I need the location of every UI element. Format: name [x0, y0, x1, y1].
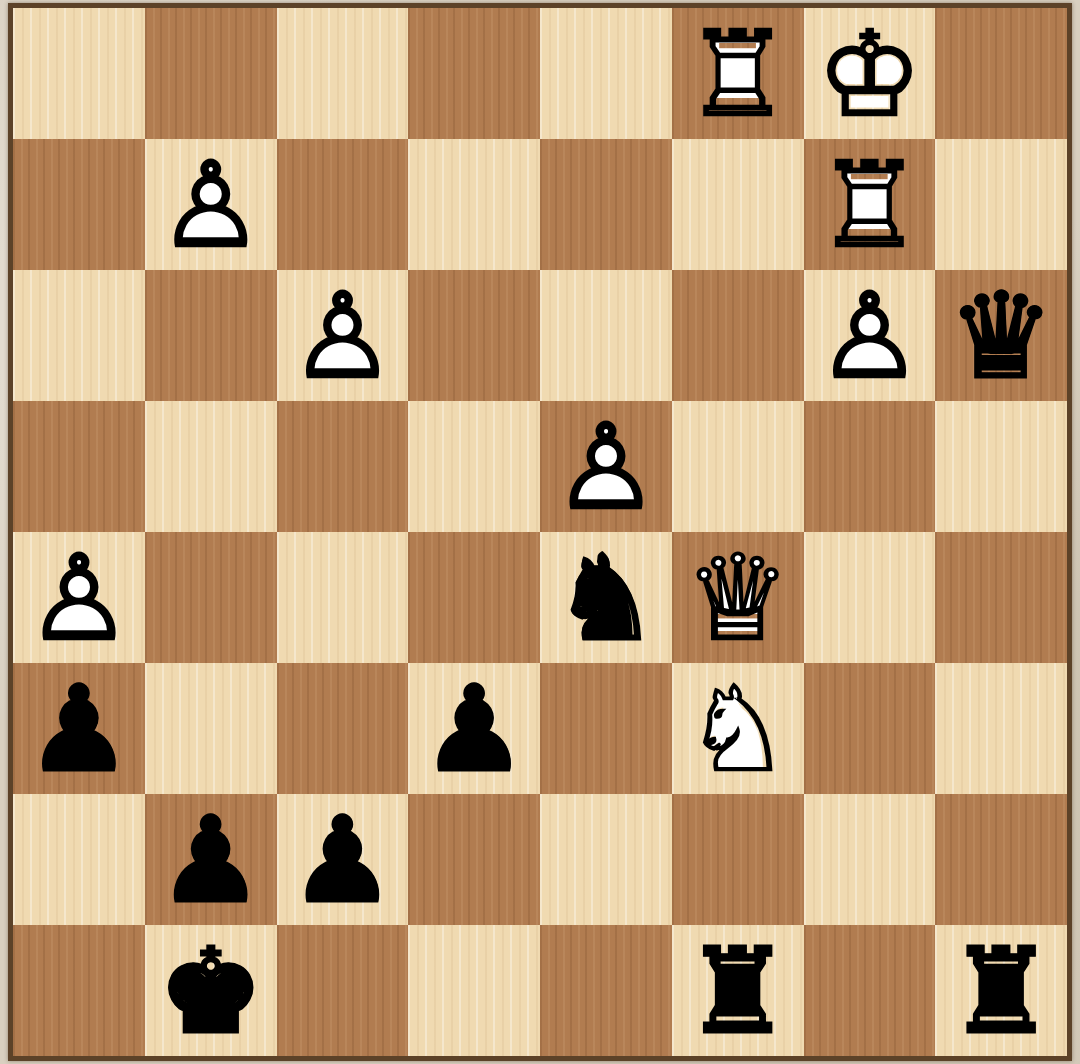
- square-h4[interactable]: [935, 532, 1067, 663]
- square-f6[interactable]: [672, 270, 804, 401]
- square-h2[interactable]: [935, 794, 1067, 925]
- square-g6[interactable]: ♟♙: [804, 270, 936, 401]
- square-a1[interactable]: [13, 925, 145, 1056]
- white-king-outline: ♔: [804, 8, 936, 139]
- white-pawn-outline: ♙: [804, 270, 936, 401]
- square-c7[interactable]: [277, 139, 409, 270]
- piece-white-pawn[interactable]: ♟♙: [145, 139, 277, 270]
- square-f2[interactable]: [672, 794, 804, 925]
- piece-black-knight[interactable]: ♞♘: [540, 532, 672, 663]
- square-d6[interactable]: [408, 270, 540, 401]
- square-e1[interactable]: [540, 925, 672, 1056]
- piece-white-rook[interactable]: ♜♖: [672, 8, 804, 139]
- piece-white-pawn[interactable]: ♟♙: [804, 270, 936, 401]
- square-g8[interactable]: ♚♔: [804, 8, 936, 139]
- square-b3[interactable]: [145, 663, 277, 794]
- square-a5[interactable]: [13, 401, 145, 532]
- square-c3[interactable]: [277, 663, 409, 794]
- piece-white-queen[interactable]: ♛♕: [672, 532, 804, 663]
- square-a2[interactable]: [13, 794, 145, 925]
- white-rook-outline: ♖: [672, 8, 804, 139]
- square-g5[interactable]: [804, 401, 936, 532]
- square-a7[interactable]: [13, 139, 145, 270]
- piece-black-king[interactable]: ♚♔: [145, 925, 277, 1056]
- chess-board-frame: ♜♖♚♔♟♙♜♖♟♙♟♙♛♕♟♙♟♙♞♘♛♕♟♙♟♙♞♘♟♙♟♙♚♔♜♖♜♖: [8, 3, 1072, 1061]
- black-pawn-outline: ♙: [145, 794, 277, 925]
- square-a6[interactable]: [13, 270, 145, 401]
- square-b7[interactable]: ♟♙: [145, 139, 277, 270]
- white-pawn-outline: ♙: [13, 532, 145, 663]
- square-d7[interactable]: [408, 139, 540, 270]
- piece-white-king[interactable]: ♚♔: [804, 8, 936, 139]
- square-c8[interactable]: [277, 8, 409, 139]
- square-h7[interactable]: [935, 139, 1067, 270]
- square-d1[interactable]: [408, 925, 540, 1056]
- piece-white-pawn[interactable]: ♟♙: [540, 401, 672, 532]
- white-pawn-outline: ♙: [145, 139, 277, 270]
- square-c5[interactable]: [277, 401, 409, 532]
- square-h3[interactable]: [935, 663, 1067, 794]
- square-c2[interactable]: ♟♙: [277, 794, 409, 925]
- square-g4[interactable]: [804, 532, 936, 663]
- square-e3[interactable]: [540, 663, 672, 794]
- square-f3[interactable]: ♞♘: [672, 663, 804, 794]
- square-b1[interactable]: ♚♔: [145, 925, 277, 1056]
- piece-white-pawn[interactable]: ♟♙: [277, 270, 409, 401]
- square-b5[interactable]: [145, 401, 277, 532]
- square-f1[interactable]: ♜♖: [672, 925, 804, 1056]
- square-e7[interactable]: [540, 139, 672, 270]
- square-h6[interactable]: ♛♕: [935, 270, 1067, 401]
- piece-black-pawn[interactable]: ♟♙: [408, 663, 540, 794]
- square-d4[interactable]: [408, 532, 540, 663]
- square-e8[interactable]: [540, 8, 672, 139]
- piece-white-knight[interactable]: ♞♘: [672, 663, 804, 794]
- black-pawn-outline: ♙: [277, 794, 409, 925]
- square-d8[interactable]: [408, 8, 540, 139]
- white-pawn-outline: ♙: [277, 270, 409, 401]
- square-e5[interactable]: ♟♙: [540, 401, 672, 532]
- square-b4[interactable]: [145, 532, 277, 663]
- square-b2[interactable]: ♟♙: [145, 794, 277, 925]
- black-pawn-outline: ♙: [13, 663, 145, 794]
- piece-black-rook[interactable]: ♜♖: [672, 925, 804, 1056]
- black-rook-outline: ♖: [935, 925, 1067, 1056]
- white-pawn-outline: ♙: [540, 401, 672, 532]
- square-e6[interactable]: [540, 270, 672, 401]
- square-h1[interactable]: ♜♖: [935, 925, 1067, 1056]
- white-knight-outline: ♘: [672, 663, 804, 794]
- square-d5[interactable]: [408, 401, 540, 532]
- square-a8[interactable]: [13, 8, 145, 139]
- square-g7[interactable]: ♜♖: [804, 139, 936, 270]
- white-rook-outline: ♖: [804, 139, 936, 270]
- white-queen-outline: ♕: [672, 532, 804, 663]
- black-rook-outline: ♖: [672, 925, 804, 1056]
- piece-black-pawn[interactable]: ♟♙: [277, 794, 409, 925]
- square-f7[interactable]: [672, 139, 804, 270]
- square-b6[interactable]: [145, 270, 277, 401]
- piece-black-rook[interactable]: ♜♖: [935, 925, 1067, 1056]
- black-queen-outline: ♕: [935, 270, 1067, 401]
- square-e2[interactable]: [540, 794, 672, 925]
- square-f8[interactable]: ♜♖: [672, 8, 804, 139]
- black-pawn-outline: ♙: [408, 663, 540, 794]
- square-b8[interactable]: [145, 8, 277, 139]
- square-a4[interactable]: ♟♙: [13, 532, 145, 663]
- square-g3[interactable]: [804, 663, 936, 794]
- piece-white-rook[interactable]: ♜♖: [804, 139, 936, 270]
- square-c4[interactable]: [277, 532, 409, 663]
- square-d3[interactable]: ♟♙: [408, 663, 540, 794]
- piece-black-pawn[interactable]: ♟♙: [13, 663, 145, 794]
- black-king-outline: ♔: [145, 925, 277, 1056]
- square-c1[interactable]: [277, 925, 409, 1056]
- square-a3[interactable]: ♟♙: [13, 663, 145, 794]
- black-knight-outline: ♘: [540, 532, 672, 663]
- square-d2[interactable]: [408, 794, 540, 925]
- square-g2[interactable]: [804, 794, 936, 925]
- square-e4[interactable]: ♞♘: [540, 532, 672, 663]
- chess-board: ♜♖♚♔♟♙♜♖♟♙♟♙♛♕♟♙♟♙♞♘♛♕♟♙♟♙♞♘♟♙♟♙♚♔♜♖♜♖: [13, 8, 1067, 1056]
- square-c6[interactable]: ♟♙: [277, 270, 409, 401]
- piece-black-pawn[interactable]: ♟♙: [145, 794, 277, 925]
- piece-black-queen[interactable]: ♛♕: [935, 270, 1067, 401]
- square-f4[interactable]: ♛♕: [672, 532, 804, 663]
- square-h8[interactable]: [935, 8, 1067, 139]
- piece-white-pawn[interactable]: ♟♙: [13, 532, 145, 663]
- square-f5[interactable]: [672, 401, 804, 532]
- square-h5[interactable]: [935, 401, 1067, 532]
- square-g1[interactable]: [804, 925, 936, 1056]
